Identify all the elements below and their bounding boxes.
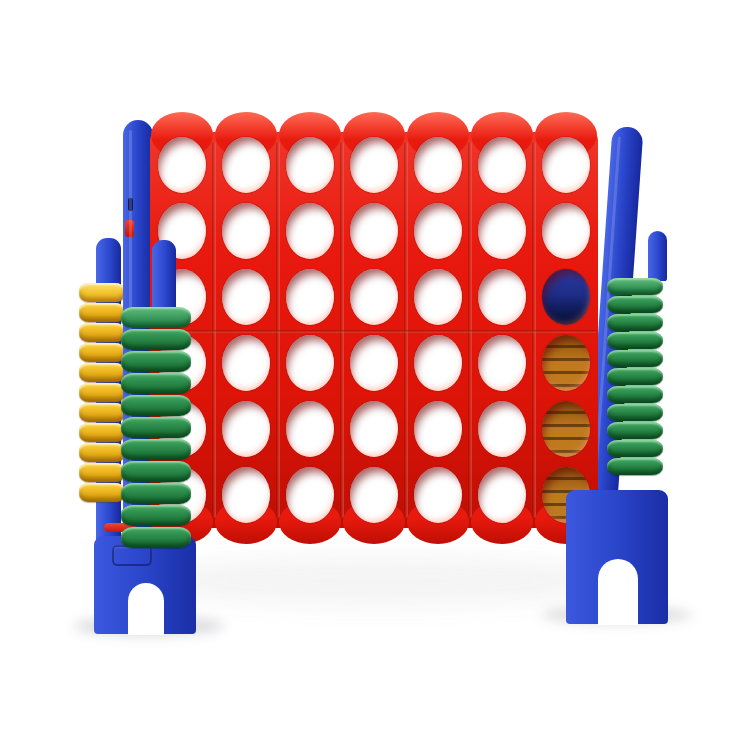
board-hole-c2r4[interactable]: [222, 335, 270, 391]
yellow-ring[interactable]: [79, 403, 125, 422]
green-ring[interactable]: [121, 417, 191, 438]
green-ring[interactable]: [121, 483, 191, 504]
yellow-ring[interactable]: [79, 383, 125, 402]
yellow-ring[interactable]: [79, 443, 125, 462]
connect4-board: [150, 128, 598, 528]
board-hole-c6r3[interactable]: [478, 269, 526, 325]
board-hole-c3r4[interactable]: [286, 335, 334, 391]
board-hole-c6r5[interactable]: [478, 401, 526, 457]
board-hole-c4r3[interactable]: [350, 269, 398, 325]
yellow-ring[interactable]: [79, 283, 125, 302]
green-ring[interactable]: [607, 422, 663, 439]
green-ring[interactable]: [121, 329, 191, 350]
ring-stack-front-left: [121, 306, 191, 548]
green-ring[interactable]: [121, 395, 191, 416]
board-hole-c7r1[interactable]: [542, 137, 590, 193]
ring-stack-rear-left: [79, 282, 125, 502]
green-ring[interactable]: [607, 296, 663, 313]
board-hole-c5r1[interactable]: [414, 137, 462, 193]
board-hole-c6r4[interactable]: [478, 335, 526, 391]
board-hole-c4r1[interactable]: [350, 137, 398, 193]
green-ring[interactable]: [121, 461, 191, 482]
board-hole-c6r6[interactable]: [478, 467, 526, 523]
board-hole-c3r5[interactable]: [286, 401, 334, 457]
floor-shadow-center: [140, 556, 620, 606]
board-hole-c2r6[interactable]: [222, 467, 270, 523]
ring-storage-post-front-right: [648, 231, 667, 281]
green-ring[interactable]: [121, 527, 191, 548]
frame-leg-left: [94, 536, 196, 634]
green-ring[interactable]: [607, 278, 663, 295]
board-hole-c2r3[interactable]: [222, 269, 270, 325]
green-ring[interactable]: [121, 351, 191, 372]
brand-plate: [112, 545, 152, 566]
green-ring[interactable]: [607, 404, 663, 421]
frame-leg-right: [566, 490, 668, 624]
board-hole-c2r5[interactable]: [222, 401, 270, 457]
board-hole-c5r5[interactable]: [414, 401, 462, 457]
green-ring[interactable]: [121, 307, 191, 328]
yellow-ring[interactable]: [79, 463, 125, 482]
green-ring[interactable]: [121, 505, 191, 526]
board-hole-c5r6[interactable]: [414, 467, 462, 523]
board-hole-c7r4[interactable]: [542, 335, 590, 391]
post-red-clip: [125, 220, 134, 237]
green-ring[interactable]: [607, 440, 663, 457]
board-hole-c3r6[interactable]: [286, 467, 334, 523]
yellow-ring[interactable]: [79, 303, 125, 322]
board-hole-c7r5[interactable]: [542, 401, 590, 457]
board-hole-c4r4[interactable]: [350, 335, 398, 391]
green-ring[interactable]: [607, 458, 663, 475]
board-hole-c3r2[interactable]: [286, 203, 334, 259]
post-slot: [128, 198, 133, 211]
green-ring[interactable]: [607, 350, 663, 367]
leg-arch-cutout-left: [128, 583, 164, 635]
board-seam: [152, 330, 596, 333]
green-ring[interactable]: [121, 373, 191, 394]
board-hole-c6r2[interactable]: [478, 203, 526, 259]
green-ring[interactable]: [121, 439, 191, 460]
board-hole-c5r4[interactable]: [414, 335, 462, 391]
yellow-ring[interactable]: [79, 323, 125, 342]
board-hole-c7r3[interactable]: [542, 269, 590, 325]
green-ring[interactable]: [607, 332, 663, 349]
board-hole-c1r1[interactable]: [158, 137, 206, 193]
board-hole-c3r1[interactable]: [286, 137, 334, 193]
board-hole-c6r1[interactable]: [478, 137, 526, 193]
green-ring[interactable]: [607, 368, 663, 385]
board-hole-c5r3[interactable]: [414, 269, 462, 325]
board-hole-c2r1[interactable]: [222, 137, 270, 193]
product-photo-stage: [0, 0, 750, 750]
ring-stack-front-right: [607, 277, 663, 475]
board-hole-c5r2[interactable]: [414, 203, 462, 259]
yellow-ring[interactable]: [79, 363, 125, 382]
green-ring[interactable]: [607, 386, 663, 403]
board-hole-c4r6[interactable]: [350, 467, 398, 523]
board-hole-c4r5[interactable]: [350, 401, 398, 457]
board-hole-c4r2[interactable]: [350, 203, 398, 259]
leg-arch-cutout-right: [598, 559, 638, 625]
board-hole-c2r2[interactable]: [222, 203, 270, 259]
board-hole-c3r3[interactable]: [286, 269, 334, 325]
yellow-ring[interactable]: [79, 343, 125, 362]
board-hole-c7r2[interactable]: [542, 203, 590, 259]
yellow-ring[interactable]: [79, 423, 125, 442]
green-ring[interactable]: [607, 314, 663, 331]
yellow-ring[interactable]: [79, 483, 125, 502]
